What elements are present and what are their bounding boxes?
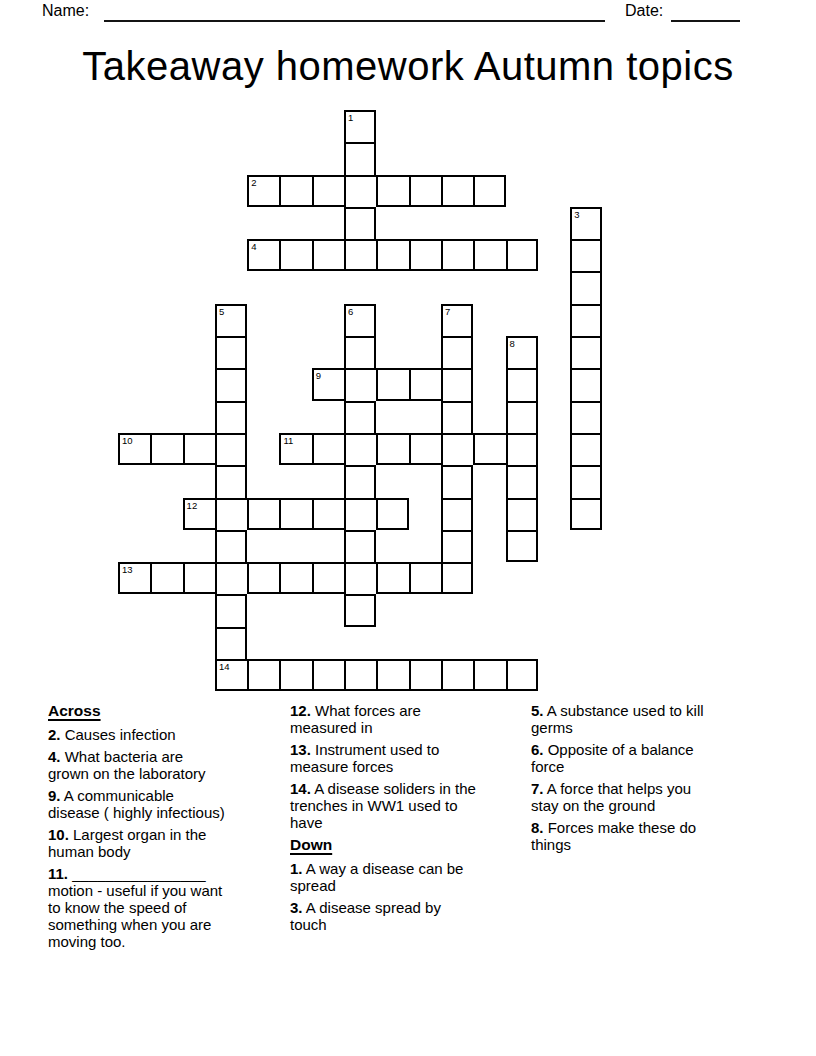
clue-text: Causes infection	[65, 726, 176, 743]
cell-number-1: 1	[348, 112, 353, 123]
clue-8-down: 8. Forces make these do things	[531, 819, 765, 853]
grid-cell-r4-c11[interactable]	[473, 239, 505, 271]
grid-cell-r7-c12[interactable]: 8	[506, 336, 538, 368]
grid-cell-r12-c14[interactable]	[570, 498, 602, 530]
grid-cell-r14-c10[interactable]	[441, 562, 473, 594]
grid-cell-r10-c12[interactable]	[506, 433, 538, 465]
grid-cell-r14-c4[interactable]	[247, 562, 279, 594]
grid-cell-r17-c4[interactable]	[247, 659, 279, 691]
grid-cell-r10-c6[interactable]	[312, 433, 344, 465]
clue-column-middle: 12. What forces are measured in13. Instr…	[290, 702, 538, 938]
grid-cell-r17-c7[interactable]	[344, 659, 376, 691]
name-input-line[interactable]	[104, 1, 605, 22]
grid-cell-r17-c8[interactable]	[376, 659, 408, 691]
clue-text: Largest organ in the human body	[48, 826, 206, 860]
grid-cell-r10-c5[interactable]: 11	[279, 433, 311, 465]
cell-number-7: 7	[445, 306, 450, 317]
grid-cell-r13-c7[interactable]	[344, 530, 376, 562]
grid-cell-r10-c7[interactable]	[344, 433, 376, 465]
clue-11-across: 11. ________________ motion - useful if …	[48, 865, 288, 950]
grid-cell-r4-c6[interactable]	[312, 239, 344, 271]
grid-cell-r13-c10[interactable]	[441, 530, 473, 562]
cell-number-14: 14	[219, 661, 230, 672]
grid-cell-r7-c3[interactable]	[215, 336, 247, 368]
grid-cell-r14-c8[interactable]	[376, 562, 408, 594]
grid-cell-r2-c4[interactable]: 2	[247, 175, 279, 207]
clue-text: What bacteria are grown on the laborator…	[48, 748, 206, 782]
cell-number-8: 8	[510, 338, 515, 349]
name-label: Name:	[42, 2, 89, 20]
down-header: Down	[290, 836, 538, 853]
clue-text: A substance used to kill germs	[531, 702, 704, 736]
cell-number-6: 6	[348, 306, 353, 317]
grid-cell-r12-c2[interactable]: 12	[183, 498, 215, 530]
clue-9-across: 9. A communicable disease ( highly infec…	[48, 787, 288, 821]
grid-cell-r17-c10[interactable]	[441, 659, 473, 691]
grid-cell-r2-c9[interactable]	[409, 175, 441, 207]
grid-cell-r11-c10[interactable]	[441, 465, 473, 497]
clue-6-down: 6. Opposite of a balance force	[531, 741, 765, 775]
grid-cell-r14-c7[interactable]	[344, 562, 376, 594]
grid-cell-r10-c11[interactable]	[473, 433, 505, 465]
grid-cell-r0-c7[interactable]: 1	[344, 110, 376, 142]
clue-column-right: 5. A substance used to kill germs6. Oppo…	[531, 702, 765, 858]
grid-cell-r8-c8[interactable]	[376, 368, 408, 400]
grid-cell-r12-c6[interactable]	[312, 498, 344, 530]
cell-number-11: 11	[283, 435, 293, 446]
grid-cell-r2-c5[interactable]	[279, 175, 311, 207]
grid-cell-r9-c12[interactable]	[506, 401, 538, 433]
grid-cell-r17-c3[interactable]: 14	[215, 659, 247, 691]
grid-cell-r17-c9[interactable]	[409, 659, 441, 691]
grid-cell-r2-c8[interactable]	[376, 175, 408, 207]
grid-cell-r12-c4[interactable]	[247, 498, 279, 530]
clue-number-label: 10.	[48, 826, 69, 843]
grid-cell-r10-c8[interactable]	[376, 433, 408, 465]
clue-text: A disease spread by touch	[290, 899, 441, 933]
clue-2-across: 2. Causes infection	[48, 726, 288, 743]
grid-cell-r1-c7[interactable]	[344, 142, 376, 174]
grid-cell-r9-c10[interactable]	[441, 401, 473, 433]
grid-cell-r5-c14[interactable]	[570, 271, 602, 303]
grid-cell-r12-c12[interactable]	[506, 498, 538, 530]
cell-number-9: 9	[316, 370, 321, 381]
grid-cell-r4-c4[interactable]: 4	[247, 239, 279, 271]
clue-number-label: 11.	[48, 865, 68, 882]
grid-cell-r4-c14[interactable]	[570, 239, 602, 271]
grid-cell-r16-c3[interactable]	[215, 627, 247, 659]
clue-number-label: 12.	[290, 702, 311, 719]
cell-number-13: 13	[122, 564, 133, 575]
grid-cell-r8-c9[interactable]	[409, 368, 441, 400]
grid-cell-r8-c12[interactable]	[506, 368, 538, 400]
clue-number-label: 2.	[48, 726, 61, 743]
grid-cell-r14-c0[interactable]: 13	[118, 562, 150, 594]
clue-text: A disease soliders in the trenches in WW…	[290, 780, 476, 831]
clue-number-label: 4.	[48, 748, 61, 765]
grid-cell-r12-c10[interactable]	[441, 498, 473, 530]
grid-cell-r10-c0[interactable]: 10	[118, 433, 150, 465]
grid-cell-r14-c2[interactable]	[183, 562, 215, 594]
grid-cell-r11-c12[interactable]	[506, 465, 538, 497]
grid-cell-r10-c1[interactable]	[150, 433, 182, 465]
grid-cell-r4-c7[interactable]	[344, 239, 376, 271]
grid-cell-r11-c3[interactable]	[215, 465, 247, 497]
grid-cell-r8-c10[interactable]	[441, 368, 473, 400]
grid-cell-r10-c3[interactable]	[215, 433, 247, 465]
cell-number-10: 10	[122, 435, 133, 446]
grid-cell-r14-c3[interactable]	[215, 562, 247, 594]
grid-cell-r2-c7[interactable]	[344, 175, 376, 207]
grid-cell-r4-c10[interactable]	[441, 239, 473, 271]
date-label: Date:	[625, 2, 663, 20]
grid-cell-r6-c7[interactable]: 6	[344, 304, 376, 336]
clue-3-down: 3. A disease spread by touch	[290, 899, 538, 933]
grid-cell-r17-c12[interactable]	[506, 659, 538, 691]
clue-number-label: 1.	[290, 860, 303, 877]
grid-cell-r9-c3[interactable]	[215, 401, 247, 433]
grid-cell-r11-c14[interactable]	[570, 465, 602, 497]
grid-cell-r11-c7[interactable]	[344, 465, 376, 497]
grid-cell-r10-c9[interactable]	[409, 433, 441, 465]
clue-7-down: 7. A force that helps you stay on the gr…	[531, 780, 765, 814]
grid-cell-r14-c1[interactable]	[150, 562, 182, 594]
grid-cell-r8-c3[interactable]	[215, 368, 247, 400]
grid-cell-r8-c14[interactable]	[570, 368, 602, 400]
clue-10-across: 10. Largest organ in the human body	[48, 826, 288, 860]
cell-number-2: 2	[251, 177, 256, 188]
clue-text: Opposite of a balance force	[531, 741, 694, 775]
grid-cell-r17-c5[interactable]	[279, 659, 311, 691]
grid-cell-r2-c10[interactable]	[441, 175, 473, 207]
clue-text: A way a disease can be spread	[290, 860, 463, 894]
grid-cell-r4-c5[interactable]	[279, 239, 311, 271]
clue-number-label: 9.	[48, 787, 61, 804]
grid-cell-r12-c3[interactable]	[215, 498, 247, 530]
grid-cell-r10-c2[interactable]	[183, 433, 215, 465]
grid-cell-r7-c10[interactable]	[441, 336, 473, 368]
clue-text: Instrument used to measure forces	[290, 741, 439, 775]
clue-number-label: 14.	[290, 780, 311, 797]
grid-cell-r8-c6[interactable]: 9	[312, 368, 344, 400]
grid-cell-r14-c9[interactable]	[409, 562, 441, 594]
cell-number-5: 5	[219, 306, 224, 317]
grid-cell-r17-c11[interactable]	[473, 659, 505, 691]
grid-cell-r9-c14[interactable]	[570, 401, 602, 433]
clue-14-across: 14. A disease soliders in the trenches i…	[290, 780, 538, 831]
grid-cell-r14-c6[interactable]	[312, 562, 344, 594]
cell-number-12: 12	[187, 500, 198, 511]
clue-text: A force that helps you stay on the groun…	[531, 780, 691, 814]
clue-column-left: Across2. Causes infection4. What bacteri…	[48, 702, 288, 955]
grid-cell-r17-c6[interactable]	[312, 659, 344, 691]
clue-12-across: 12. What forces are measured in	[290, 702, 538, 736]
clue-number-label: 13.	[290, 741, 311, 758]
grid-cell-r3-c7[interactable]	[344, 207, 376, 239]
grid-cell-r7-c14[interactable]	[570, 336, 602, 368]
grid-cell-r6-c3[interactable]: 5	[215, 304, 247, 336]
clue-number-label: 8.	[531, 819, 544, 836]
grid-cell-r10-c14[interactable]	[570, 433, 602, 465]
grid-cell-r12-c5[interactable]	[279, 498, 311, 530]
grid-cell-r9-c7[interactable]	[344, 401, 376, 433]
grid-cell-r7-c7[interactable]	[344, 336, 376, 368]
grid-cell-r3-c14[interactable]: 3	[570, 207, 602, 239]
clue-number-label: 5.	[531, 702, 544, 719]
crossword-grid: 1234567891011121314	[118, 110, 602, 691]
clue-text: Forces make these do things	[531, 819, 696, 853]
clue-number-label: 7.	[531, 780, 544, 797]
grid-cell-r10-c10[interactable]	[441, 433, 473, 465]
cell-number-4: 4	[251, 241, 256, 252]
grid-cell-r4-c9[interactable]	[409, 239, 441, 271]
across-header: Across	[48, 702, 288, 719]
date-input-line[interactable]	[671, 1, 740, 22]
grid-cell-r14-c5[interactable]	[279, 562, 311, 594]
page-title: Takeaway homework Autumn topics	[0, 44, 816, 89]
grid-cell-r8-c7[interactable]	[344, 368, 376, 400]
clue-number-label: 3.	[290, 899, 303, 916]
grid-cell-r6-c10[interactable]: 7	[441, 304, 473, 336]
grid-cell-r4-c12[interactable]	[506, 239, 538, 271]
grid-cell-r13-c12[interactable]	[506, 530, 538, 562]
grid-cell-r12-c8[interactable]	[376, 498, 408, 530]
cell-number-3: 3	[574, 209, 579, 220]
clue-number-label: 6.	[531, 741, 544, 758]
grid-cell-r12-c7[interactable]	[344, 498, 376, 530]
grid-cell-r2-c6[interactable]	[312, 175, 344, 207]
grid-cell-r15-c3[interactable]	[215, 594, 247, 626]
grid-cell-r2-c11[interactable]	[473, 175, 505, 207]
clue-text: A communicable disease ( highly infectio…	[48, 787, 225, 821]
grid-cell-r6-c14[interactable]	[570, 304, 602, 336]
clue-text: ________________ motion - useful if you …	[48, 865, 222, 950]
clue-13-across: 13. Instrument used to measure forces	[290, 741, 538, 775]
grid-cell-r15-c7[interactable]	[344, 594, 376, 626]
grid-cell-r4-c8[interactable]	[376, 239, 408, 271]
clue-5-down: 5. A substance used to kill germs	[531, 702, 765, 736]
clue-1-down: 1. A way a disease can be spread	[290, 860, 538, 894]
grid-cell-r13-c3[interactable]	[215, 530, 247, 562]
clue-4-across: 4. What bacteria are grown on the labora…	[48, 748, 288, 782]
